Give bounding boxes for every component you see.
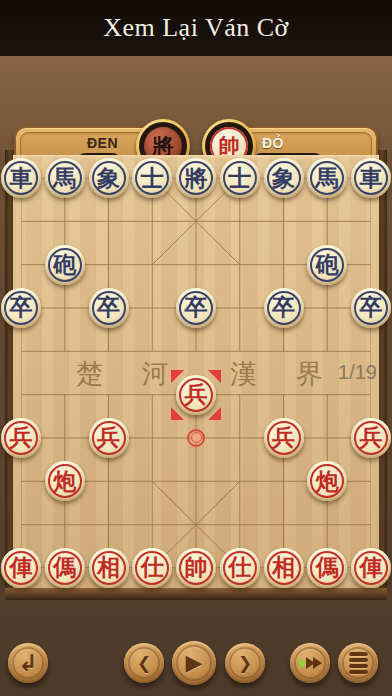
black-advisor[interactable]: 士 (132, 158, 172, 198)
red-soldier[interactable]: 兵 (264, 418, 304, 458)
red-soldier[interactable]: 兵 (1, 418, 41, 458)
black-chariot[interactable]: 車 (1, 158, 41, 198)
river-label-right: 漢 界 (230, 356, 339, 392)
play-icon: ▶ (186, 652, 203, 674)
red-soldier[interactable]: 兵 (351, 418, 391, 458)
fast-forward-button[interactable] (290, 643, 330, 683)
chevron-left-icon: ❮ (137, 655, 151, 672)
red-advisor[interactable]: 仕 (220, 548, 260, 588)
red-general[interactable]: 帥 (176, 548, 216, 588)
next-move-button[interactable]: ❯ (225, 643, 265, 683)
black-horse[interactable]: 馬 (45, 158, 85, 198)
black-cannon[interactable]: 砲 (45, 245, 85, 285)
red-horse[interactable]: 傌 (45, 548, 85, 588)
black-soldier[interactable]: 卒 (89, 288, 129, 328)
black-soldier[interactable]: 卒 (176, 288, 216, 328)
play-button[interactable]: ▶ (172, 641, 216, 685)
chevron-right-icon: ❯ (238, 655, 252, 672)
exit-review-button[interactable]: ↲ (8, 643, 48, 683)
board-bottom-bevel (5, 588, 387, 600)
red-soldier[interactable]: 兵 (176, 375, 216, 415)
black-elephant[interactable]: 象 (264, 158, 304, 198)
red-advisor[interactable]: 仕 (132, 548, 172, 588)
xiangqi-board: 楚 河 漢 界 1/19 車馬象士將士象馬車砲砲卒卒卒卒卒兵兵兵兵兵炮炮俥傌相仕… (0, 150, 392, 600)
red-elephant[interactable]: 相 (89, 548, 129, 588)
black-soldier[interactable]: 卒 (351, 288, 391, 328)
black-player-name: ĐEN (87, 135, 118, 151)
red-player-name: ĐỎ (262, 135, 284, 151)
black-general[interactable]: 將 (176, 158, 216, 198)
player-bar: ĐEN 00:11 將 ĐỎ 00:14 帥 (0, 56, 392, 150)
black-soldier[interactable]: 卒 (1, 288, 41, 328)
black-chariot[interactable]: 車 (351, 158, 391, 198)
page-title: Xem Lại Ván Cờ (103, 13, 289, 43)
red-cannon[interactable]: 炮 (45, 461, 85, 501)
board-frame-right (378, 150, 387, 590)
red-chariot[interactable]: 俥 (1, 548, 41, 588)
return-arrow-icon: ↲ (18, 652, 37, 675)
black-advisor[interactable]: 士 (220, 158, 260, 198)
last-move-origin-marker (187, 429, 205, 447)
move-counter: 1/19 (338, 361, 377, 384)
header-bar: Xem Lại Ván Cờ (0, 0, 392, 56)
black-horse[interactable]: 馬 (307, 158, 347, 198)
red-chariot[interactable]: 俥 (351, 548, 391, 588)
menu-button[interactable] (338, 643, 378, 683)
black-elephant[interactable]: 象 (89, 158, 129, 198)
black-soldier[interactable]: 卒 (264, 288, 304, 328)
red-soldier[interactable]: 兵 (89, 418, 129, 458)
menu-icon (349, 652, 368, 674)
fast-forward-icon (299, 657, 322, 669)
xiangqi-review-screen: Xem Lại Ván Cờ ĐEN 00:11 將 ĐỎ 00:14 帥 (0, 0, 392, 696)
previous-move-button[interactable]: ❮ (124, 643, 164, 683)
red-elephant[interactable]: 相 (264, 548, 304, 588)
red-horse[interactable]: 傌 (307, 548, 347, 588)
river-label-left: 楚 河 (76, 356, 185, 392)
black-cannon[interactable]: 砲 (307, 245, 347, 285)
